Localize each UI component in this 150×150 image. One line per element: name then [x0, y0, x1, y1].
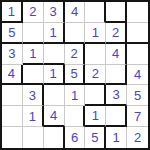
cell-r4c4[interactable]: 5: [65, 65, 86, 86]
cell-r2c3[interactable]: 1: [44, 23, 65, 44]
cell-r7c5[interactable]: 5: [85, 127, 106, 148]
given-digit: 1: [50, 67, 57, 80]
given-digit: 1: [92, 109, 99, 122]
given-digit: 4: [71, 5, 78, 18]
cell-r1c4[interactable]: 4: [65, 2, 86, 23]
cell-r4c7[interactable]: 4: [127, 65, 148, 86]
cell-r1c6[interactable]: [106, 2, 127, 23]
cell-r5c3[interactable]: [44, 85, 65, 106]
cell-r5c5[interactable]: [85, 85, 106, 106]
cell-r6c5[interactable]: 1: [85, 106, 106, 127]
cell-r4c5[interactable]: 2: [85, 65, 106, 86]
cell-r3c4[interactable]: 2: [65, 44, 86, 65]
cell-r1c3[interactable]: 3: [44, 2, 65, 23]
given-digit: 1: [50, 26, 57, 39]
cell-r7c7[interactable]: 2: [127, 127, 148, 148]
cell-r5c6[interactable]: 3: [106, 85, 127, 106]
cell-r1c1[interactable]: 1: [2, 2, 23, 23]
cell-r7c2[interactable]: [23, 127, 44, 148]
given-digit: 2: [70, 47, 77, 60]
given-digit: 5: [91, 131, 98, 144]
cell-r3c1[interactable]: 3: [2, 44, 23, 65]
cell-r7c1[interactable]: [2, 127, 23, 148]
cell-r3c3[interactable]: [44, 44, 65, 65]
cell-r6c7[interactable]: 7: [127, 106, 148, 127]
cell-r1c5[interactable]: [85, 2, 106, 23]
cell-r4c6[interactable]: [106, 65, 127, 86]
given-digit: 1: [92, 26, 99, 39]
cell-r6c1[interactable]: [2, 106, 23, 127]
cell-r7c3[interactable]: [44, 127, 65, 148]
cell-r4c1[interactable]: 4: [2, 65, 23, 86]
cell-r7c6[interactable]: 1: [106, 127, 127, 148]
cell-r6c4[interactable]: [65, 106, 86, 127]
cell-r4c3[interactable]: 1: [44, 65, 65, 86]
given-digit: 5: [70, 67, 77, 80]
given-digit: 1: [29, 110, 36, 123]
cell-r3c7[interactable]: [127, 44, 148, 65]
cell-r5c7[interactable]: 5: [127, 85, 148, 106]
cell-r3c6[interactable]: 4: [106, 44, 127, 65]
given-digit: 3: [29, 89, 36, 102]
given-digit: 3: [50, 5, 57, 18]
given-digit: 1: [8, 5, 15, 18]
cell-r5c1[interactable]: [2, 85, 23, 106]
given-digit: 5: [134, 89, 141, 102]
cell-r6c2[interactable]: 1: [23, 106, 44, 127]
given-digit: 4: [50, 109, 57, 122]
cell-r6c3[interactable]: 4: [44, 106, 65, 127]
cell-r2c6[interactable]: 2: [106, 23, 127, 44]
given-digit: 4: [134, 68, 141, 81]
cell-r3c2[interactable]: 1: [23, 44, 44, 65]
given-digit: 4: [112, 47, 119, 60]
cell-r7c4[interactable]: 6: [65, 127, 86, 148]
cell-r6c6[interactable]: [106, 106, 127, 127]
cell-r2c2[interactable]: [23, 23, 44, 44]
puzzle-board: 12345112312441524313514176512: [0, 0, 150, 150]
cell-r1c7[interactable]: [127, 2, 148, 23]
given-digit: 5: [8, 26, 15, 39]
given-digit: 3: [8, 47, 15, 60]
cell-r5c4[interactable]: 1: [65, 85, 86, 106]
cell-r5c2[interactable]: 3: [23, 85, 44, 106]
given-digit: 2: [29, 5, 36, 18]
cell-r2c1[interactable]: 5: [2, 23, 23, 44]
cell-r1c2[interactable]: 2: [23, 2, 44, 23]
cell-r3c5[interactable]: [85, 44, 106, 65]
given-digit: 1: [29, 47, 36, 60]
given-digit: 1: [113, 131, 120, 144]
cell-r2c7[interactable]: [127, 23, 148, 44]
cell-r2c5[interactable]: 1: [85, 23, 106, 44]
given-digit: 3: [113, 88, 120, 101]
given-digit: 4: [8, 67, 15, 80]
given-digit: 2: [92, 67, 99, 80]
given-digit: 6: [71, 131, 78, 144]
cell-r2c4[interactable]: [65, 23, 86, 44]
given-digit: 2: [134, 131, 141, 144]
given-digit: 1: [71, 89, 78, 102]
given-digit: 2: [112, 26, 119, 39]
given-digit: 7: [134, 110, 141, 123]
cell-r4c2[interactable]: [23, 65, 44, 86]
